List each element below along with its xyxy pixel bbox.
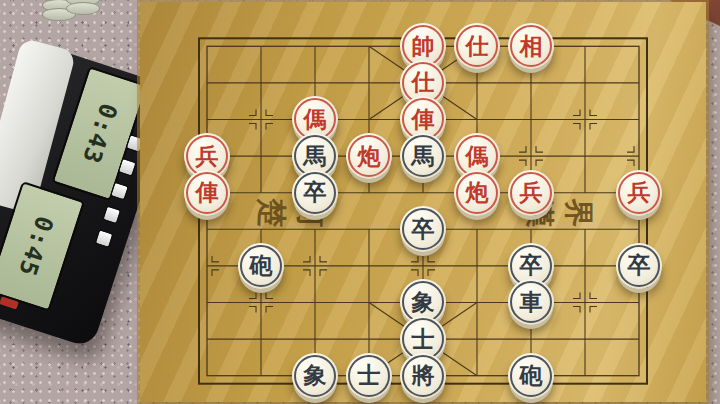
piece-black-elephant[interactable]: 象 [292,353,338,399]
piece-black-cannon[interactable]: 砲 [508,353,554,399]
clock-time-right: 0:43 [77,100,123,167]
piece-glyph: 馬 [402,135,444,177]
piece-red-chariot[interactable]: 俥 [184,170,230,216]
xiangqi-board-cloth: 楚 河 漢 界 帥仕相仕傌俥兵馬炮馬傌俥卒炮兵兵卒砲卒卒象車士象士將砲 [140,2,706,402]
board-grid: 帥仕相仕傌俥兵馬炮馬傌俥卒炮兵兵卒砲卒卒象車士象士將砲 [180,28,666,394]
piece-red-soldier[interactable]: 兵 [508,170,554,216]
piece-glyph: 車 [510,281,552,323]
piece-black-advisor[interactable]: 士 [346,353,392,399]
piece-glyph: 相 [510,25,552,67]
piece-glyph: 將 [402,355,444,397]
table-scene: 0:43 0:45 楚 河 漢 界 帥仕相仕傌俥兵馬炮馬傌俥卒炮兵兵卒砲卒卒象車… [0,0,720,404]
clock-button[interactable] [102,205,121,224]
piece-glyph: 炮 [348,135,390,177]
captured-piece [66,2,100,15]
piece-red-elephant[interactable]: 相 [508,23,554,69]
piece-glyph: 兵 [618,172,660,214]
piece-glyph: 砲 [510,355,552,397]
piece-red-advisor[interactable]: 仕 [454,23,500,69]
piece-black-horse[interactable]: 馬 [400,133,446,179]
clock-button[interactable] [110,182,129,201]
piece-glyph: 象 [294,355,336,397]
piece-glyph: 砲 [240,245,282,287]
piece-black-soldier[interactable]: 卒 [292,170,338,216]
piece-red-cannon[interactable]: 炮 [346,133,392,179]
captured-piece-stack [66,0,100,15]
clock-button[interactable] [95,229,114,248]
piece-glyph: 卒 [618,245,660,287]
piece-glyph: 俥 [186,172,228,214]
piece-glyph: 士 [348,355,390,397]
clock-button[interactable] [118,158,137,177]
piece-glyph: 兵 [510,172,552,214]
piece-black-soldier[interactable]: 卒 [400,206,446,252]
clock-time-left: 0:45 [13,213,59,280]
piece-black-soldier[interactable]: 卒 [616,243,662,289]
piece-glyph: 仕 [456,25,498,67]
piece-black-cannon[interactable]: 砲 [238,243,284,289]
piece-red-soldier[interactable]: 兵 [616,170,662,216]
piece-glyph: 卒 [402,208,444,250]
piece-black-chariot[interactable]: 車 [508,279,554,325]
piece-black-general[interactable]: 將 [400,353,446,399]
piece-glyph: 炮 [456,172,498,214]
piece-red-cannon[interactable]: 炮 [454,170,500,216]
piece-glyph: 卒 [294,172,336,214]
